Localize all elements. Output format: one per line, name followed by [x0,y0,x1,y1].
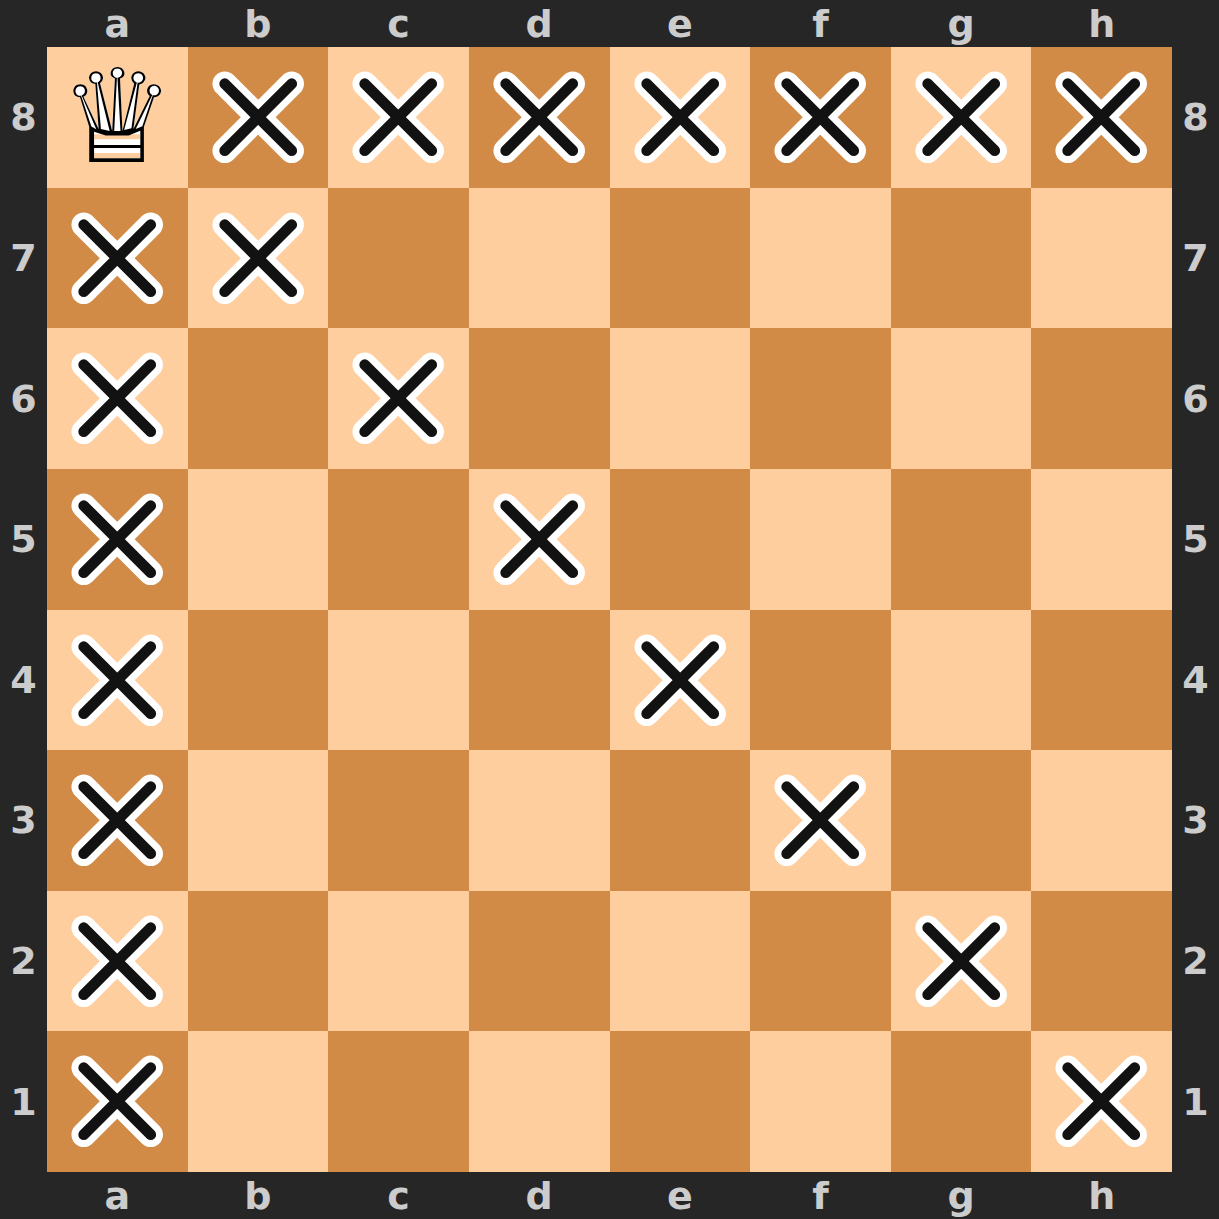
square-h8[interactable] [1031,47,1172,188]
square-b5[interactable] [188,469,329,610]
attack-x-icon [1052,68,1150,166]
square-e4[interactable] [610,610,751,751]
square-c4[interactable] [328,610,469,751]
white-queen[interactable]: ♛♕ [47,47,188,188]
square-d8[interactable] [469,47,610,188]
square-c8[interactable] [328,47,469,188]
file-label-a: a [47,1172,188,1219]
attack-x-icon [209,68,307,166]
attack-x-icon [68,771,166,869]
square-d5[interactable] [469,469,610,610]
square-c5[interactable] [328,469,469,610]
square-g8[interactable] [891,47,1032,188]
file-label-a: a [47,0,188,47]
square-g3[interactable] [891,750,1032,891]
attack-x-icon [912,912,1010,1010]
square-h2[interactable] [1031,891,1172,1032]
rank-label-7: 7 [0,188,47,329]
square-h4[interactable] [1031,610,1172,751]
square-e2[interactable] [610,891,751,1032]
square-b8[interactable] [188,47,329,188]
rank-label-8: 8 [0,47,47,188]
square-a5[interactable] [47,469,188,610]
attack-x-icon [631,631,729,729]
square-d4[interactable] [469,610,610,751]
square-c6[interactable] [328,328,469,469]
rank-label-6: 6 [0,328,47,469]
square-g2[interactable] [891,891,1032,1032]
attack-x-icon [68,1052,166,1150]
square-a2[interactable] [47,891,188,1032]
square-b1[interactable] [188,1031,329,1172]
square-e8[interactable] [610,47,751,188]
square-a1[interactable] [47,1031,188,1172]
board: ♛♕ [47,47,1172,1172]
attack-x-icon [349,349,447,447]
square-e1[interactable] [610,1031,751,1172]
square-h5[interactable] [1031,469,1172,610]
chessboard-frame: a b c d e f g h a b c d e f g h 8 7 6 5 … [0,0,1219,1219]
attack-x-icon [490,490,588,588]
rank-label-2: 2 [1172,891,1219,1032]
file-label-b: b [188,1172,329,1219]
rank-label-1: 1 [1172,1031,1219,1172]
rank-label-2: 2 [0,891,47,1032]
square-c3[interactable] [328,750,469,891]
attack-x-icon [209,209,307,307]
file-labels-top: a b c d e f g h [47,0,1172,47]
square-a4[interactable] [47,610,188,751]
file-label-f: f [750,0,891,47]
square-a3[interactable] [47,750,188,891]
rank-label-5: 5 [1172,469,1219,610]
file-label-h: h [1031,0,1172,47]
square-g6[interactable] [891,328,1032,469]
square-f5[interactable] [750,469,891,610]
square-d3[interactable] [469,750,610,891]
square-a6[interactable] [47,328,188,469]
square-f1[interactable] [750,1031,891,1172]
rank-label-6: 6 [1172,328,1219,469]
square-b7[interactable] [188,188,329,329]
rank-labels-left: 8 7 6 5 4 3 2 1 [0,47,47,1172]
square-d2[interactable] [469,891,610,1032]
square-g4[interactable] [891,610,1032,751]
rank-label-7: 7 [1172,188,1219,329]
square-d1[interactable] [469,1031,610,1172]
attack-x-icon [349,68,447,166]
square-g7[interactable] [891,188,1032,329]
square-e7[interactable] [610,188,751,329]
square-e3[interactable] [610,750,751,891]
rank-label-4: 4 [1172,610,1219,751]
attack-x-icon [912,68,1010,166]
file-label-f: f [750,1172,891,1219]
attack-x-icon [68,209,166,307]
rank-label-3: 3 [0,750,47,891]
square-e6[interactable] [610,328,751,469]
square-d6[interactable] [469,328,610,469]
attack-x-icon [68,490,166,588]
file-label-d: d [469,0,610,47]
rank-label-4: 4 [0,610,47,751]
square-f3[interactable] [750,750,891,891]
square-h6[interactable] [1031,328,1172,469]
rank-label-5: 5 [0,469,47,610]
square-f8[interactable] [750,47,891,188]
rank-label-1: 1 [0,1031,47,1172]
file-label-g: g [891,1172,1032,1219]
square-h7[interactable] [1031,188,1172,329]
file-labels-bottom: a b c d e f g h [47,1172,1172,1219]
square-c2[interactable] [328,891,469,1032]
square-h3[interactable] [1031,750,1172,891]
file-label-g: g [891,0,1032,47]
white-queen-icon: ♕ [47,47,188,188]
attack-x-icon [490,68,588,166]
square-c7[interactable] [328,188,469,329]
square-d7[interactable] [469,188,610,329]
attack-x-icon [68,631,166,729]
file-label-h: h [1031,1172,1172,1219]
attack-x-icon [68,349,166,447]
attack-x-icon [68,912,166,1010]
square-b6[interactable] [188,328,329,469]
square-b4[interactable] [188,610,329,751]
rank-labels-right: 8 7 6 5 4 3 2 1 [1172,47,1219,1172]
square-h1[interactable] [1031,1031,1172,1172]
file-label-d: d [469,1172,610,1219]
square-f7[interactable] [750,188,891,329]
square-g5[interactable] [891,469,1032,610]
square-f4[interactable] [750,610,891,751]
square-f2[interactable] [750,891,891,1032]
file-label-c: c [328,0,469,47]
square-a8[interactable]: ♛♕ [47,47,188,188]
file-label-c: c [328,1172,469,1219]
square-c1[interactable] [328,1031,469,1172]
attack-x-icon [1052,1052,1150,1150]
attack-x-icon [631,68,729,166]
file-label-b: b [188,0,329,47]
file-label-e: e [610,1172,751,1219]
square-a7[interactable] [47,188,188,329]
square-g1[interactable] [891,1031,1032,1172]
file-label-e: e [610,0,751,47]
rank-label-8: 8 [1172,47,1219,188]
attack-x-icon [771,771,869,869]
attack-x-icon [771,68,869,166]
rank-label-3: 3 [1172,750,1219,891]
square-b3[interactable] [188,750,329,891]
square-b2[interactable] [188,891,329,1032]
square-e5[interactable] [610,469,751,610]
square-f6[interactable] [750,328,891,469]
